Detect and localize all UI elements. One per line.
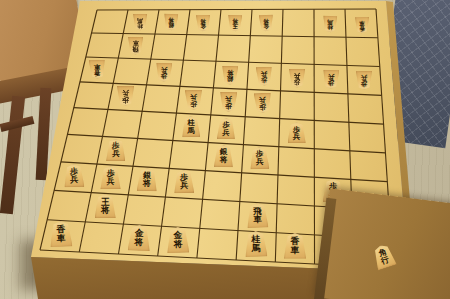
piece-kanji: 飛 (132, 46, 138, 52)
piece-kanji: 車 (291, 246, 300, 255)
piece-kanji: 車 (359, 19, 365, 25)
komadai-sente (317, 188, 450, 299)
piece-kanji: 将 (263, 18, 269, 24)
piece-kanji: 将 (232, 17, 238, 23)
piece-kanji: 歩 (259, 103, 266, 110)
piece-kanji: 車 (253, 215, 262, 224)
piece-kanji: 将 (227, 68, 234, 75)
piece-kanji: 馬 (187, 127, 194, 134)
piece-kanji: 兵 (122, 89, 129, 96)
piece-kanji: 兵 (256, 158, 264, 166)
piece-kanji: 馬 (251, 244, 260, 253)
piece-kanji: 歩 (122, 96, 129, 103)
piece-kanji: 歩 (361, 81, 368, 88)
piece-kanji: 将 (134, 237, 143, 246)
piece-kanji: 兵 (328, 73, 335, 80)
piece-kanji: 兵 (293, 133, 300, 140)
shogi-scene: { "game": "shogi", "description": "Overh… (0, 0, 450, 299)
piece-kanji: 兵 (180, 182, 188, 190)
piece-kanji: 将 (143, 180, 151, 188)
piece-kanji: 兵 (222, 129, 229, 136)
piece-kanji: 兵 (112, 150, 120, 158)
piece-kanji: 馬 (327, 19, 333, 25)
piece-kanji: 金 (264, 24, 270, 30)
piece-kanji: 兵 (70, 175, 78, 183)
piece-kanji: 行 (380, 255, 390, 265)
piece-kanji: 将 (169, 17, 175, 23)
piece-kanji: 馬 (137, 16, 143, 22)
piece-kanji: 将 (101, 206, 109, 214)
piece-kanji: 兵 (106, 178, 114, 186)
piece-kanji: 兵 (191, 93, 198, 100)
piece-kanji: 車 (132, 40, 138, 46)
piece-kanji: 兵 (161, 66, 168, 73)
piece-kanji: 車 (56, 233, 65, 242)
piece-kanji: 兵 (259, 96, 266, 103)
piece-kanji: 兵 (361, 74, 368, 81)
piece-kanji: 将 (173, 240, 182, 249)
piece-kanji: 兵 (294, 71, 300, 77)
piece-kanji: 将 (220, 156, 228, 164)
piece-kanji: 兵 (260, 70, 267, 77)
piece-kanji: 将 (200, 17, 206, 23)
piece-kanji: 車 (94, 63, 101, 70)
piece-kanji: 兵 (225, 95, 232, 102)
